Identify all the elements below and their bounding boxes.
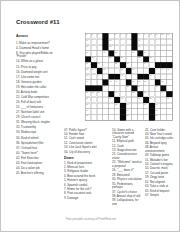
cell-number: 16 [138,40,140,42]
clue-down-67: 67. Simple [145,193,176,197]
cell-number: 40 [155,69,157,71]
cell-number: 27 [120,57,122,59]
clue-down-65: 65. Kind of deposit [145,189,176,193]
grid-cell[interactable] [91,114,97,120]
clue-down-23: 23. "Welcome" word at a proposal [112,161,144,168]
clue-across-8: 8. Guy who played Eddie on "Frasier" [16,51,59,58]
cell-number: 68 [138,98,140,100]
clue-down-45: 45. Ink cartridge color [145,137,176,141]
cell-number: 69 [149,98,151,100]
clue-down-43: 43. New Year's word [145,132,176,136]
clue-across-53: 53. Like Jack Sprat's diet [64,146,103,150]
across-clue-column: 1. Make an improvement?4. Diamond Head's… [16,41,59,175]
cell-number: 53 [161,80,163,82]
clue-down-11: 11. Elliptical path [112,140,144,144]
cell-number: 19 [138,45,140,47]
clue-down-26: 26. "___ does it!" [112,169,144,173]
block-cell [120,114,126,120]
clue-down-9: 9. Damage [64,196,103,200]
cell-number: 44 [97,74,99,76]
cell-number: 59 [91,92,93,94]
cell-number: 56 [138,86,140,88]
clue-down-41: 41. Corn holder [145,128,176,132]
across-section-heading: Across [16,34,66,38]
clue-across-47: 47. Public figure? [64,128,103,132]
clue-down-59: 59. Zingy taste [145,176,176,180]
clue-down-3: 3. Religious leader [64,170,103,174]
cell-number: 79 [85,115,87,117]
cell-number: 60 [97,92,99,94]
cell-number: 2 [91,34,92,36]
cell-number: 57 [155,86,157,88]
cell-number: 74 [143,103,145,105]
cell-number: 64 [161,92,163,94]
cell-number: 5 [114,34,115,36]
grid-cell[interactable] [143,114,149,120]
cell-number: 45 [120,74,122,76]
cell-number: 22 [114,51,116,53]
clue-across-43: 43. Fast-food option [16,161,59,165]
grid-cell[interactable] [114,114,120,120]
clue-across-56: 56. Cry of discovery [64,150,103,154]
clue-down-63: 63. Take a stab at [145,184,176,188]
cell-number: 72 [114,103,116,105]
clue-down-28: 28. Educated [112,173,144,177]
cell-number: 26 [109,57,111,59]
grid-cell[interactable] [131,114,137,120]
clue-across-45: 45. Butcher's offering [16,171,59,175]
cell-number: 71 [85,103,87,105]
cell-number: 70 [167,98,169,100]
clue-across-25: 25. ___ of limitations [16,105,59,109]
clue-down-30: 30. Physics calculation [112,178,144,182]
grid-cell[interactable]: 81 [154,114,160,120]
down-clue-column-1: 1. Kind of proportions2. Mexican fare3. … [64,161,103,200]
clue-across-17: 17. Like some tea [16,75,59,79]
clue-across-4: 4. Diamond Head's home [16,46,59,50]
clue-down-2: 2. Mexican fare [64,165,103,169]
cell-number: 33 [126,63,128,65]
grid-cell[interactable] [166,114,172,120]
grid-cell[interactable] [96,114,102,120]
down-clue-column-3: 41. Corn holder43. New Year's word45. In… [145,128,176,197]
clue-down-37: 37. Cyclist's choice [112,190,144,194]
cell-number: 11 [155,34,157,36]
cell-number: 35 [85,69,87,71]
clue-across-20: 20. Activity buds [16,90,59,94]
clue-down-6: 6. Spanish cordial [64,183,103,187]
clue-across-37: 37. Orchard fruit [16,146,59,150]
clue-down-35: 35. Pedestrians, perhaps [112,182,144,189]
cell-number: 32 [114,63,116,65]
clue-across-24: 24. Full of back talk [16,100,59,104]
clue-down-51: 51. Matador's foe [145,158,176,162]
cell-number: 46 [149,74,151,76]
cell-number: 34 [143,63,145,65]
cell-number: 3 [97,34,98,36]
clue-across-33: 33. Rodeo rope [16,130,59,134]
grid-cell[interactable] [102,114,108,120]
cell-number: 75 [155,103,157,105]
clue-down-1: 1. Kind of proportions [64,161,103,165]
page-title: Crossword #11 [16,19,116,26]
clue-across-15: 15. Price to pay [16,64,59,68]
cell-number: 28 [138,57,140,59]
clue-across-14: 14. White as a ghost [16,59,59,63]
cell-number: 65 [85,98,87,100]
clue-across-32: 32. Trustworthy [16,125,59,129]
clue-down-7: 7. Home for the rich? [64,187,103,191]
cell-number: 17 [85,45,87,47]
cell-number: 37 [103,69,105,71]
clue-down-5: 5. Hunter's quarry [64,179,103,183]
down-clue-column-2: 10. Game with a character named "Cavity … [112,128,144,206]
cell-number: 15 [109,40,111,42]
cell-number: 73 [126,103,128,105]
clue-down-49: 49. Tabletop game [145,154,176,158]
clue-across-44: 44. Do a salon job [16,166,59,170]
grid-cell[interactable] [108,114,114,120]
cell-number: 61 [114,92,116,94]
clue-across-31: 31. Wearing black, maybe [16,120,59,124]
grid-cell[interactable] [160,114,166,120]
cell-number: 76 [85,109,87,111]
clue-down-54: 54. Colonel's insignia [145,162,176,166]
clue-down-48: 48. Arrival announcement [145,146,176,153]
cell-number: 39 [132,69,134,71]
clue-down-21: 21. Convalescence visitor [112,153,144,160]
cell-number: 13 [167,34,169,36]
cell-number: 50 [132,80,134,82]
clue-across-50: 50. Fender flaw [64,132,103,136]
grid-cell[interactable] [137,114,143,120]
crossword-grid: 1234567891011121314151617181920212223242… [85,33,173,121]
cell-number: 58 [85,92,87,94]
clue-down-39: 39. Lollapalooza, for one [112,199,144,206]
clue-across-29: 29. Church council [16,115,59,119]
cell-number: 12 [161,34,163,36]
cell-number: 31 [97,63,99,65]
clue-across-22: 22. Cold War competitors [16,95,59,99]
down-section-heading: Down [64,156,103,160]
cell-number: 62 [132,92,134,94]
cell-number: 47 [85,80,87,82]
clue-across-27: 27. Nutrition label unit [16,110,59,114]
cell-number: 77 [126,109,128,111]
cell-number: 67 [120,98,122,100]
cell-number: 18 [109,45,111,47]
clue-across-42: 42. Fort Knox bar [16,156,59,160]
printable-crossword-page: Crossword #11 Across 1. Make an improvem… [0,0,180,232]
clue-across-34: 34. Kind of wheel [16,135,59,139]
clue-down-38: 38. Annual ship of old [112,194,144,198]
cell-number: 21 [103,51,105,53]
cell-number: 63 [143,92,145,94]
clue-across-16: 16. Diamond weight unit [16,69,59,73]
cell-number: 4 [109,34,110,36]
cell-number: 24 [143,51,145,53]
across-clue-column-2: 47. Public figure?50. Fender flaw51. Can… [64,128,103,154]
clue-across-36: 36. Spreadsheet filler [16,140,59,144]
cell-number: 8 [138,34,139,36]
cell-number: 54 [103,86,105,88]
cell-number: 30 [85,63,87,65]
cell-number: 41 [161,69,163,71]
cell-number: 29 [149,57,151,59]
cell-number: 55 [126,86,128,88]
cell-number: 1 [85,34,86,36]
clue-across-51: 51. Can't stand [64,137,103,141]
footer-credit: Free printable courtesy of PrintItFree.n… [1,217,180,220]
cell-number: 80 [126,115,128,117]
clue-down-8: 8. Post-vacation task [64,192,103,196]
clue-across-40: 40. "Same here!" [16,151,59,155]
cell-number: 78 [155,109,157,111]
cell-number: 66 [109,98,111,100]
clue-down-10: 10. Game with a character named "Cavity … [112,128,144,139]
clue-down-57: 57. Cut and paste [145,171,176,175]
cell-number: 51 [138,80,140,82]
cell-number: 49 [114,80,116,82]
clue-across-1: 1. Make an improvement? [16,41,59,45]
cell-number: 6 [120,34,121,36]
clue-down-46: 46. Beyond tipsy [145,141,176,145]
cell-number: 42 [167,69,169,71]
cell-number: 23 [132,51,134,53]
cell-number: 38 [120,69,122,71]
cell-number: 20 [85,51,87,53]
clue-down-4: 4. Beat around the bush [64,174,103,178]
grid-cell[interactable]: 79 [85,114,91,120]
cell-number: 10 [149,34,151,36]
clue-across-19: 19. Hot under the collar [16,85,59,89]
clue-down-13: 13. Stage direction [112,148,144,152]
cell-number: 7 [126,34,127,36]
grid-cell[interactable]: 80 [125,114,131,120]
clue-down-12: 12. Cash [112,144,144,148]
cell-number: 25 [91,57,93,59]
block-cell [149,114,155,120]
cell-number: 48 [109,80,111,82]
cell-number: 14 [85,40,87,42]
clue-down-61: 61. Not aligned [145,180,176,184]
cell-number: 81 [155,115,157,117]
clue-across-18: 18. Genesis garden [16,80,59,84]
cell-number: 9 [143,34,144,36]
cell-number: 52 [143,80,145,82]
clue-down-55: 55. Diacritic mark [145,167,176,171]
clue-across-52: 52. Conclusion starter [64,141,103,145]
cell-number: 36 [91,69,93,71]
cell-number: 43 [85,74,87,76]
